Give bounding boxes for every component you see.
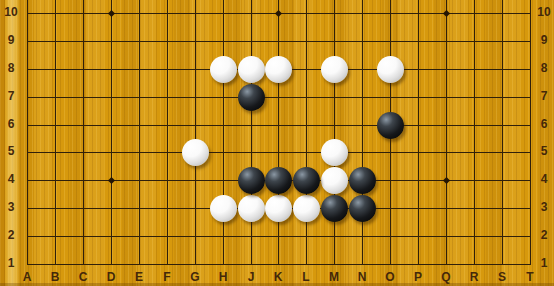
grid-line-vertical [139, 0, 140, 265]
white-stone[interactable] [238, 195, 265, 222]
grid-line-vertical [83, 0, 84, 265]
white-stone[interactable] [210, 195, 237, 222]
black-stone[interactable] [265, 167, 292, 194]
black-stone[interactable] [238, 84, 265, 111]
grid-line-vertical [418, 0, 419, 265]
grid-line-horizontal [27, 264, 531, 265]
row-label-right: 1 [533, 256, 554, 271]
row-label-left: 6 [0, 117, 22, 132]
white-stone[interactable] [265, 195, 292, 222]
white-stone[interactable] [238, 56, 265, 83]
row-label-left: 5 [0, 144, 22, 159]
row-label-right: 8 [533, 61, 554, 76]
star-point [275, 10, 282, 17]
grid-line-vertical [530, 0, 531, 265]
black-stone[interactable] [293, 167, 320, 194]
grid-line-vertical [278, 0, 279, 265]
row-label-right: 2 [533, 228, 554, 243]
black-stone[interactable] [349, 195, 376, 222]
white-stone[interactable] [377, 56, 404, 83]
grid-line-vertical [502, 0, 503, 265]
grid-line-vertical [334, 0, 335, 265]
grid-line-horizontal [27, 41, 531, 42]
row-label-right: 5 [533, 144, 554, 159]
row-label-right: 4 [533, 172, 554, 187]
row-label-left: 7 [0, 89, 22, 104]
grid-line-horizontal [27, 152, 531, 153]
row-label-left: 1 [0, 256, 22, 271]
white-stone[interactable] [293, 195, 320, 222]
white-stone[interactable] [182, 139, 209, 166]
row-label-left: 3 [0, 200, 22, 215]
grid-line-vertical [223, 0, 224, 265]
white-stone[interactable] [321, 139, 348, 166]
row-label-left: 8 [0, 61, 22, 76]
row-label-left: 4 [0, 172, 22, 187]
white-stone[interactable] [210, 56, 237, 83]
row-label-left: 10 [0, 5, 22, 20]
black-stone[interactable] [349, 167, 376, 194]
grid-line-horizontal [27, 97, 531, 98]
grid-line-horizontal [27, 125, 531, 126]
white-stone[interactable] [265, 56, 292, 83]
grid-line-vertical [27, 0, 28, 265]
black-stone[interactable] [321, 195, 348, 222]
grid-line-vertical [446, 0, 447, 265]
grid-line-vertical [251, 0, 252, 265]
white-stone[interactable] [321, 56, 348, 83]
star-point [443, 177, 450, 184]
black-stone[interactable] [238, 167, 265, 194]
grid-line-vertical [362, 0, 363, 265]
star-point [443, 10, 450, 17]
grid-line-vertical [55, 0, 56, 265]
grid-line-vertical [167, 0, 168, 265]
go-board-screen: 1098765432110987654321ABCDEFGHJKLMNOPQRS… [0, 0, 554, 286]
star-point [108, 10, 115, 17]
grid-line-vertical [195, 0, 196, 265]
grid-line-vertical [474, 0, 475, 265]
grid-line-vertical [306, 0, 307, 265]
row-label-right: 6 [533, 117, 554, 132]
row-label-right: 7 [533, 89, 554, 104]
star-point [108, 177, 115, 184]
white-stone[interactable] [321, 167, 348, 194]
grid-line-horizontal [27, 236, 531, 237]
row-label-left: 2 [0, 228, 22, 243]
row-label-left: 9 [0, 33, 22, 48]
row-label-right: 9 [533, 33, 554, 48]
row-label-right: 3 [533, 200, 554, 215]
black-stone[interactable] [377, 112, 404, 139]
row-label-right: 10 [533, 5, 554, 20]
grid-line-vertical [111, 0, 112, 265]
